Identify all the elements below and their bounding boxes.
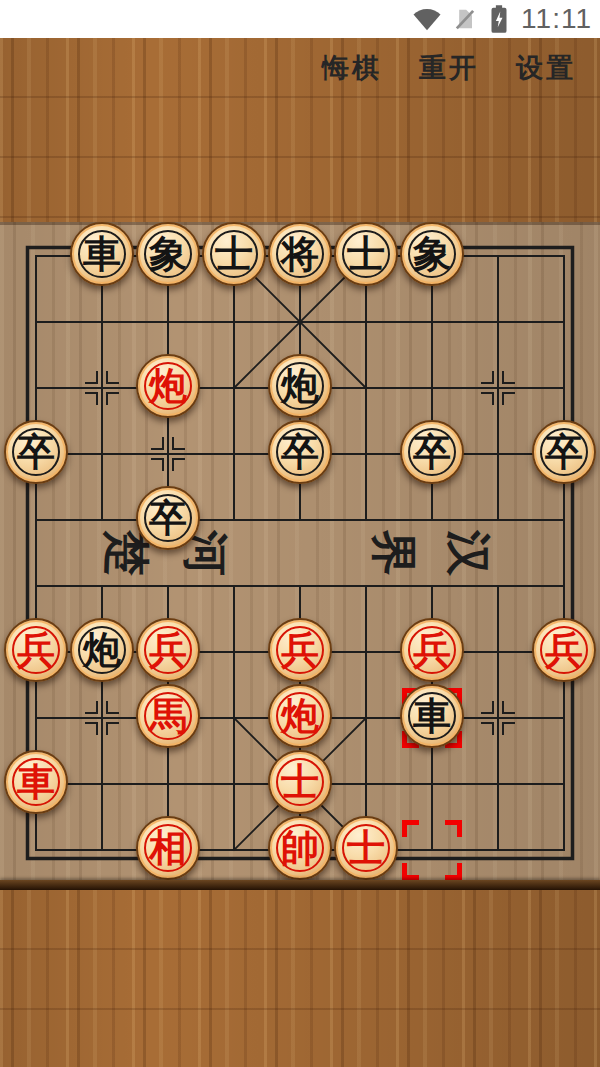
piece-black-advisor[interactable]: 士: [334, 222, 398, 286]
piece-glyph: 兵: [6, 620, 66, 680]
piece-glyph: 車: [72, 224, 132, 284]
piece-black-elephant[interactable]: 象: [400, 222, 464, 286]
menu-undo-button[interactable]: 悔棋: [322, 50, 382, 86]
piece-red-advisor[interactable]: 士: [268, 750, 332, 814]
menu-settings-button[interactable]: 设置: [516, 50, 576, 86]
piece-glyph: 帥: [270, 818, 330, 878]
highlight-corner: [402, 863, 419, 880]
clock: 11:11: [521, 5, 592, 33]
highlight-corner: [402, 820, 419, 837]
piece-glyph: 象: [402, 224, 462, 284]
piece-glyph: 卒: [402, 422, 462, 482]
piece-glyph: 士: [336, 224, 396, 284]
piece-red-soldier[interactable]: 兵: [268, 618, 332, 682]
piece-red-horse[interactable]: 馬: [136, 684, 200, 748]
piece-glyph: 将: [270, 224, 330, 284]
status-bar: 11:11: [0, 0, 600, 38]
piece-black-advisor[interactable]: 士: [202, 222, 266, 286]
piece-red-rook[interactable]: 車: [4, 750, 68, 814]
menu-restart-button[interactable]: 重开: [419, 50, 479, 86]
piece-glyph: 象: [138, 224, 198, 284]
piece-black-cannon[interactable]: 炮: [268, 354, 332, 418]
wifi-icon: [412, 6, 442, 32]
piece-black-soldier[interactable]: 卒: [268, 420, 332, 484]
xiangqi-app: 11:11 悔棋 重开 设置 楚河界汉車象士将士象炮炮卒卒卒卒: [0, 0, 600, 1067]
battery-charging-icon: [488, 4, 510, 34]
last-move-highlight: [402, 820, 462, 880]
river-text-char: 汉: [442, 527, 494, 579]
highlight-corner: [445, 863, 462, 880]
piece-glyph: 炮: [270, 686, 330, 746]
piece-glyph: 車: [6, 752, 66, 812]
piece-red-cannon[interactable]: 炮: [268, 684, 332, 748]
piece-glyph: 炮: [138, 356, 198, 416]
xiangqi-board[interactable]: 楚河界汉車象士将士象炮炮卒卒卒卒卒兵炮兵兵兵兵馬炮車車士相帥士: [0, 222, 600, 890]
menu-bar: 悔棋 重开 设置: [0, 50, 600, 86]
piece-black-soldier[interactable]: 卒: [4, 420, 68, 484]
piece-red-soldier[interactable]: 兵: [136, 618, 200, 682]
piece-glyph: 車: [402, 686, 462, 746]
piece-glyph: 兵: [138, 620, 198, 680]
piece-glyph: 炮: [270, 356, 330, 416]
piece-glyph: 炮: [72, 620, 132, 680]
piece-glyph: 兵: [534, 620, 594, 680]
piece-glyph: 卒: [534, 422, 594, 482]
piece-glyph: 兵: [402, 620, 462, 680]
river-text-char: 界: [367, 527, 419, 579]
piece-red-soldier[interactable]: 兵: [532, 618, 596, 682]
piece-red-advisor[interactable]: 士: [334, 816, 398, 880]
piece-red-soldier[interactable]: 兵: [4, 618, 68, 682]
piece-glyph: 馬: [138, 686, 198, 746]
piece-red-cannon[interactable]: 炮: [136, 354, 200, 418]
highlight-corner: [445, 820, 462, 837]
piece-glyph: 兵: [270, 620, 330, 680]
piece-black-elephant[interactable]: 象: [136, 222, 200, 286]
piece-glyph: 士: [336, 818, 396, 878]
piece-glyph: 卒: [270, 422, 330, 482]
piece-black-rook[interactable]: 車: [70, 222, 134, 286]
no-sim-icon: [451, 5, 479, 33]
piece-black-general[interactable]: 将: [268, 222, 332, 286]
piece-glyph: 相: [138, 818, 198, 878]
piece-black-soldier[interactable]: 卒: [136, 486, 200, 550]
piece-black-cannon[interactable]: 炮: [70, 618, 134, 682]
piece-glyph: 卒: [138, 488, 198, 548]
piece-glyph: 卒: [6, 422, 66, 482]
piece-glyph: 士: [204, 224, 264, 284]
piece-red-general[interactable]: 帥: [268, 816, 332, 880]
piece-red-elephant[interactable]: 相: [136, 816, 200, 880]
piece-red-soldier[interactable]: 兵: [400, 618, 464, 682]
piece-black-soldier[interactable]: 卒: [532, 420, 596, 484]
wood-background-bottom: [0, 890, 600, 1067]
piece-black-rook[interactable]: 車: [400, 684, 464, 748]
piece-black-soldier[interactable]: 卒: [400, 420, 464, 484]
piece-glyph: 士: [270, 752, 330, 812]
